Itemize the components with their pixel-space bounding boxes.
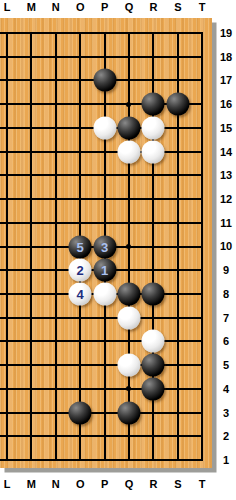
intersection-O3[interactable]	[68, 401, 92, 425]
intersection-R4[interactable]	[141, 377, 165, 401]
intersection-M10[interactable]	[19, 235, 43, 259]
intersection-P10[interactable]: 3	[92, 235, 116, 259]
intersection-P18[interactable]	[92, 45, 116, 69]
intersection-L5[interactable]	[0, 353, 19, 377]
intersection-N11[interactable]	[44, 211, 68, 235]
intersection-Q12[interactable]	[117, 187, 141, 211]
intersection-P19[interactable]	[92, 21, 116, 45]
white-stone-R6	[142, 330, 165, 353]
grid-vline	[152, 306, 154, 330]
black-stone-R8	[142, 282, 165, 305]
intersection-S7[interactable]	[166, 306, 190, 330]
intersection-L17[interactable]	[0, 69, 19, 93]
intersection-T6[interactable]	[190, 330, 212, 354]
intersection-O14[interactable]	[68, 140, 92, 164]
intersection-L1[interactable]	[0, 448, 19, 468]
intersection-O11[interactable]	[68, 211, 92, 235]
intersection-Q18[interactable]	[117, 45, 141, 69]
intersection-N1[interactable]	[44, 448, 68, 468]
intersection-S13[interactable]	[166, 164, 190, 188]
move-number-label: 1	[101, 264, 108, 277]
intersection-R9[interactable]	[141, 258, 165, 282]
intersection-N3[interactable]	[44, 401, 68, 425]
grid-vline	[177, 45, 179, 69]
intersection-Q17[interactable]	[117, 69, 141, 93]
intersection-S17[interactable]	[166, 69, 190, 93]
intersection-T5[interactable]	[190, 353, 212, 377]
intersection-T19[interactable]	[190, 21, 212, 45]
grid-hline	[0, 222, 19, 224]
grid-hline	[0, 293, 19, 295]
intersection-R2[interactable]	[141, 424, 165, 448]
intersection-T16[interactable]	[190, 92, 212, 116]
grid-vline	[6, 282, 8, 306]
intersection-S14[interactable]	[166, 140, 190, 164]
intersection-Q4[interactable]	[117, 377, 141, 401]
grid-vline	[55, 45, 57, 69]
intersection-L6[interactable]	[0, 330, 19, 354]
intersection-Q15[interactable]	[117, 116, 141, 140]
intersection-R5[interactable]	[141, 353, 165, 377]
col-label-top-L: L	[0, 1, 19, 13]
intersection-N15[interactable]	[44, 116, 68, 140]
grid-vline	[55, 401, 57, 425]
intersection-Q8[interactable]	[117, 282, 141, 306]
grid-hline	[0, 174, 19, 176]
intersection-N12[interactable]	[44, 187, 68, 211]
grid-vline	[79, 92, 81, 116]
intersection-O13[interactable]	[68, 164, 92, 188]
grid-vline	[6, 377, 8, 401]
grid-vline	[79, 187, 81, 211]
intersection-L19[interactable]	[0, 21, 19, 45]
intersection-R18[interactable]	[141, 45, 165, 69]
intersection-R8[interactable]	[141, 282, 165, 306]
grid-vline	[201, 282, 203, 306]
grid-vline	[201, 377, 203, 401]
intersection-O2[interactable]	[68, 424, 92, 448]
intersection-Q2[interactable]	[117, 424, 141, 448]
grid-vline	[6, 448, 8, 461]
intersection-M6[interactable]	[19, 330, 43, 354]
intersection-P5[interactable]	[92, 353, 116, 377]
intersection-M1[interactable]	[19, 448, 43, 468]
intersection-Q7[interactable]	[117, 306, 141, 330]
grid-vline	[177, 448, 179, 461]
intersection-S6[interactable]	[166, 330, 190, 354]
white-stone-Q14	[117, 140, 140, 163]
grid-hline	[0, 435, 19, 437]
grid-vline	[79, 45, 81, 69]
intersection-M18[interactable]	[19, 45, 43, 69]
intersection-P11[interactable]	[92, 211, 116, 235]
intersection-P9[interactable]: 1	[92, 258, 116, 282]
intersection-S15[interactable]	[166, 116, 190, 140]
intersection-Q5[interactable]	[117, 353, 141, 377]
grid-vline	[30, 164, 32, 188]
intersection-T15[interactable]	[190, 116, 212, 140]
grid-vline	[30, 306, 32, 330]
intersection-Q3[interactable]	[117, 401, 141, 425]
intersection-Q9[interactable]	[117, 258, 141, 282]
grid-vline	[104, 330, 106, 354]
grid-vline	[55, 377, 57, 401]
intersection-M8[interactable]	[19, 282, 43, 306]
grid-vline	[177, 235, 179, 259]
grid-vline	[79, 211, 81, 235]
intersection-O16[interactable]	[68, 92, 92, 116]
grid-vline	[152, 235, 154, 259]
intersection-O8[interactable]: 4	[68, 282, 92, 306]
intersection-T18[interactable]	[190, 45, 212, 69]
intersection-M3[interactable]	[19, 401, 43, 425]
intersection-O5[interactable]	[68, 353, 92, 377]
grid-vline	[6, 32, 8, 45]
grid-vline	[201, 45, 203, 69]
grid-vline	[55, 330, 57, 354]
intersection-R15[interactable]	[141, 116, 165, 140]
col-label-bottom-T: T	[190, 478, 214, 490]
white-stone-R14	[142, 140, 165, 163]
grid-vline	[6, 258, 8, 282]
intersection-T11[interactable]	[190, 211, 212, 235]
intersection-M2[interactable]	[19, 424, 43, 448]
grid-vline	[55, 187, 57, 211]
intersection-R10[interactable]	[141, 235, 165, 259]
row-label-4: 4	[216, 381, 236, 397]
grid-vline	[30, 424, 32, 448]
grid-vline	[201, 306, 203, 330]
grid-vline	[55, 140, 57, 164]
intersection-R6[interactable]	[141, 330, 165, 354]
intersection-Q14[interactable]	[117, 140, 141, 164]
intersection-M5[interactable]	[19, 353, 43, 377]
intersection-T13[interactable]	[190, 164, 212, 188]
grid-vline	[30, 235, 32, 259]
grid-vline	[6, 424, 8, 448]
intersection-M13[interactable]	[19, 164, 43, 188]
grid-vline	[30, 258, 32, 282]
intersection-P16[interactable]	[92, 92, 116, 116]
intersection-T9[interactable]	[190, 258, 212, 282]
intersection-P15[interactable]	[92, 116, 116, 140]
intersection-L15[interactable]	[0, 116, 19, 140]
grid-vline	[79, 116, 81, 140]
grid-vline	[201, 164, 203, 188]
intersection-P2[interactable]	[92, 424, 116, 448]
intersection-S8[interactable]	[166, 282, 190, 306]
intersection-Q6[interactable]	[117, 330, 141, 354]
intersection-N14[interactable]	[44, 140, 68, 164]
intersection-P8[interactable]	[92, 282, 116, 306]
intersection-L4[interactable]	[0, 377, 19, 401]
intersection-R12[interactable]	[141, 187, 165, 211]
intersection-N19[interactable]	[44, 21, 68, 45]
intersection-L10[interactable]	[0, 235, 19, 259]
grid-vline	[128, 45, 130, 69]
grid-vline	[104, 92, 106, 116]
col-label-top-S: S	[166, 1, 190, 13]
intersection-N13[interactable]	[44, 164, 68, 188]
black-stone-S16	[166, 93, 189, 116]
row-label-8: 8	[216, 286, 236, 302]
intersection-P14[interactable]	[92, 140, 116, 164]
intersection-M7[interactable]	[19, 306, 43, 330]
intersection-R11[interactable]	[141, 211, 165, 235]
intersection-N16[interactable]	[44, 92, 68, 116]
intersection-T2[interactable]	[190, 424, 212, 448]
intersection-S18[interactable]	[166, 45, 190, 69]
intersection-O9[interactable]: 2	[68, 258, 92, 282]
grid-vline	[128, 211, 130, 235]
grid-vline	[6, 211, 8, 235]
grid-hline	[0, 412, 19, 414]
grid-vline	[6, 353, 8, 377]
grid-vline	[30, 92, 32, 116]
grid-vline	[30, 32, 32, 45]
row-label-6: 6	[216, 333, 236, 349]
intersection-T14[interactable]	[190, 140, 212, 164]
col-label-top-Q: Q	[117, 1, 141, 13]
intersection-S12[interactable]	[166, 187, 190, 211]
black-stone-R4	[142, 377, 165, 400]
intersection-M4[interactable]	[19, 377, 43, 401]
intersection-R17[interactable]	[141, 69, 165, 93]
intersection-M12[interactable]	[19, 187, 43, 211]
intersection-M14[interactable]	[19, 140, 43, 164]
black-stone-R5	[142, 354, 165, 377]
grid-vline	[128, 187, 130, 211]
intersection-Q16[interactable]	[117, 92, 141, 116]
grid-hline	[0, 340, 19, 342]
grid-vline	[128, 424, 130, 448]
row-label-1: 1	[216, 452, 236, 468]
intersection-P12[interactable]	[92, 187, 116, 211]
intersection-P1[interactable]	[92, 448, 116, 468]
intersection-O4[interactable]	[68, 377, 92, 401]
grid-vline	[152, 69, 154, 93]
intersection-N4[interactable]	[44, 377, 68, 401]
black-stone-O3	[69, 401, 92, 424]
intersection-L18[interactable]	[0, 45, 19, 69]
intersection-M19[interactable]	[19, 21, 43, 45]
white-stone-Q5	[117, 354, 140, 377]
grid-vline	[79, 306, 81, 330]
intersection-R16[interactable]	[141, 92, 165, 116]
intersection-M9[interactable]	[19, 258, 43, 282]
intersection-O1[interactable]	[68, 448, 92, 468]
intersection-S1[interactable]	[166, 448, 190, 468]
intersection-L7[interactable]	[0, 306, 19, 330]
col-label-bottom-O: O	[68, 478, 92, 490]
col-label-bottom-R: R	[141, 478, 165, 490]
intersection-M17[interactable]	[19, 69, 43, 93]
grid-vline	[55, 306, 57, 330]
intersection-O6[interactable]	[68, 330, 92, 354]
grid-vline	[104, 140, 106, 164]
grid-vline	[30, 401, 32, 425]
intersection-O7[interactable]	[68, 306, 92, 330]
intersection-Q10[interactable]	[117, 235, 141, 259]
grid-vline	[104, 448, 106, 461]
grid-vline	[55, 353, 57, 377]
grid-hline	[0, 127, 19, 129]
intersection-R7[interactable]	[141, 306, 165, 330]
intersection-S10[interactable]	[166, 235, 190, 259]
row-label-18: 18	[216, 49, 236, 65]
move-number-label: 5	[77, 240, 84, 253]
intersection-S11[interactable]	[166, 211, 190, 235]
grid-vline	[104, 401, 106, 425]
grid-vline	[201, 140, 203, 164]
intersection-S19[interactable]	[166, 21, 190, 45]
grid-vline	[201, 424, 203, 448]
intersection-O15[interactable]	[68, 116, 92, 140]
intersection-O12[interactable]	[68, 187, 92, 211]
black-stone-Q8	[117, 282, 140, 305]
intersection-P7[interactable]	[92, 306, 116, 330]
grid-vline	[30, 140, 32, 164]
grid-vline	[104, 306, 106, 330]
col-label-top-N: N	[44, 1, 68, 13]
grid-vline	[104, 187, 106, 211]
intersection-T8[interactable]	[190, 282, 212, 306]
intersection-T12[interactable]	[190, 187, 212, 211]
intersection-L16[interactable]	[0, 92, 19, 116]
intersection-T4[interactable]	[190, 377, 212, 401]
grid-vline	[201, 187, 203, 211]
intersection-L14[interactable]	[0, 140, 19, 164]
col-label-top-P: P	[93, 1, 117, 13]
black-stone-Q15	[117, 116, 140, 139]
go-board: 53214	[0, 18, 212, 468]
move-number-label: 4	[77, 287, 84, 300]
intersection-N8[interactable]	[44, 282, 68, 306]
intersection-R19[interactable]	[141, 21, 165, 45]
grid-vline	[79, 448, 81, 461]
intersection-N2[interactable]	[44, 424, 68, 448]
intersection-S9[interactable]	[166, 258, 190, 282]
grid-vline	[128, 32, 130, 45]
black-stone-R16	[142, 93, 165, 116]
star-point-Q16	[126, 102, 131, 107]
intersection-S16[interactable]	[166, 92, 190, 116]
intersection-T17[interactable]	[190, 69, 212, 93]
row-label-2: 2	[216, 428, 236, 444]
grid-vline	[177, 187, 179, 211]
intersection-Q11[interactable]	[117, 211, 141, 235]
intersection-Q19[interactable]	[117, 21, 141, 45]
star-point-Q4	[126, 386, 131, 391]
grid-vline	[201, 448, 203, 461]
grid-hline	[0, 79, 19, 81]
intersection-N5[interactable]	[44, 353, 68, 377]
intersection-P3[interactable]	[92, 401, 116, 425]
grid-hline	[0, 103, 19, 105]
intersection-S4[interactable]	[166, 377, 190, 401]
intersection-L2[interactable]	[0, 424, 19, 448]
intersection-S3[interactable]	[166, 401, 190, 425]
intersection-N10[interactable]	[44, 235, 68, 259]
col-label-top-R: R	[141, 1, 165, 13]
intersection-R1[interactable]	[141, 448, 165, 468]
grid-vline	[6, 45, 8, 69]
grid-vline	[152, 164, 154, 188]
intersection-N18[interactable]	[44, 45, 68, 69]
intersection-O10[interactable]: 5	[68, 235, 92, 259]
row-label-17: 17	[216, 72, 236, 88]
intersection-R14[interactable]	[141, 140, 165, 164]
intersection-P4[interactable]	[92, 377, 116, 401]
intersection-Q13[interactable]	[117, 164, 141, 188]
row-label-13: 13	[216, 167, 236, 183]
intersection-N6[interactable]	[44, 330, 68, 354]
grid-vline	[177, 306, 179, 330]
intersection-L12[interactable]	[0, 187, 19, 211]
black-stone-Q3	[117, 401, 140, 424]
intersection-N17[interactable]	[44, 69, 68, 93]
grid-vline	[177, 116, 179, 140]
grid-vline	[177, 353, 179, 377]
grid-hline	[0, 317, 19, 319]
intersection-P6[interactable]	[92, 330, 116, 354]
intersection-T7[interactable]	[190, 306, 212, 330]
intersection-L3[interactable]	[0, 401, 19, 425]
intersection-R3[interactable]	[141, 401, 165, 425]
grid-vline	[55, 92, 57, 116]
intersection-L13[interactable]	[0, 164, 19, 188]
grid-vline	[79, 330, 81, 354]
intersection-T1[interactable]	[190, 448, 212, 468]
grid-vline	[128, 69, 130, 93]
intersection-M16[interactable]	[19, 92, 43, 116]
grid-vline	[79, 164, 81, 188]
intersection-R13[interactable]	[141, 164, 165, 188]
grid-vline	[6, 306, 8, 330]
intersection-S2[interactable]	[166, 424, 190, 448]
grid-vline	[30, 448, 32, 461]
intersection-L11[interactable]	[0, 211, 19, 235]
grid-vline	[6, 235, 8, 259]
intersection-T3[interactable]	[190, 401, 212, 425]
col-label-top-O: O	[68, 1, 92, 13]
intersection-N7[interactable]	[44, 306, 68, 330]
grid-vline	[152, 448, 154, 461]
col-label-top-M: M	[19, 1, 43, 13]
intersection-O17[interactable]	[68, 69, 92, 93]
grid-vline	[30, 69, 32, 93]
intersection-T10[interactable]	[190, 235, 212, 259]
intersection-L9[interactable]	[0, 258, 19, 282]
grid-vline	[152, 32, 154, 45]
intersection-P13[interactable]	[92, 164, 116, 188]
grid-vline	[79, 377, 81, 401]
grid-vline	[30, 45, 32, 69]
intersection-L8[interactable]	[0, 282, 19, 306]
intersection-O19[interactable]	[68, 21, 92, 45]
intersection-M15[interactable]	[19, 116, 43, 140]
intersection-M11[interactable]	[19, 211, 43, 235]
intersection-Q1[interactable]	[117, 448, 141, 468]
intersection-N9[interactable]	[44, 258, 68, 282]
row-label-15: 15	[216, 120, 236, 136]
intersection-S5[interactable]	[166, 353, 190, 377]
intersection-O18[interactable]	[68, 45, 92, 69]
grid-vline	[152, 211, 154, 235]
grid-hline	[0, 151, 19, 153]
grid-vline	[201, 92, 203, 116]
intersection-P17[interactable]	[92, 69, 116, 93]
